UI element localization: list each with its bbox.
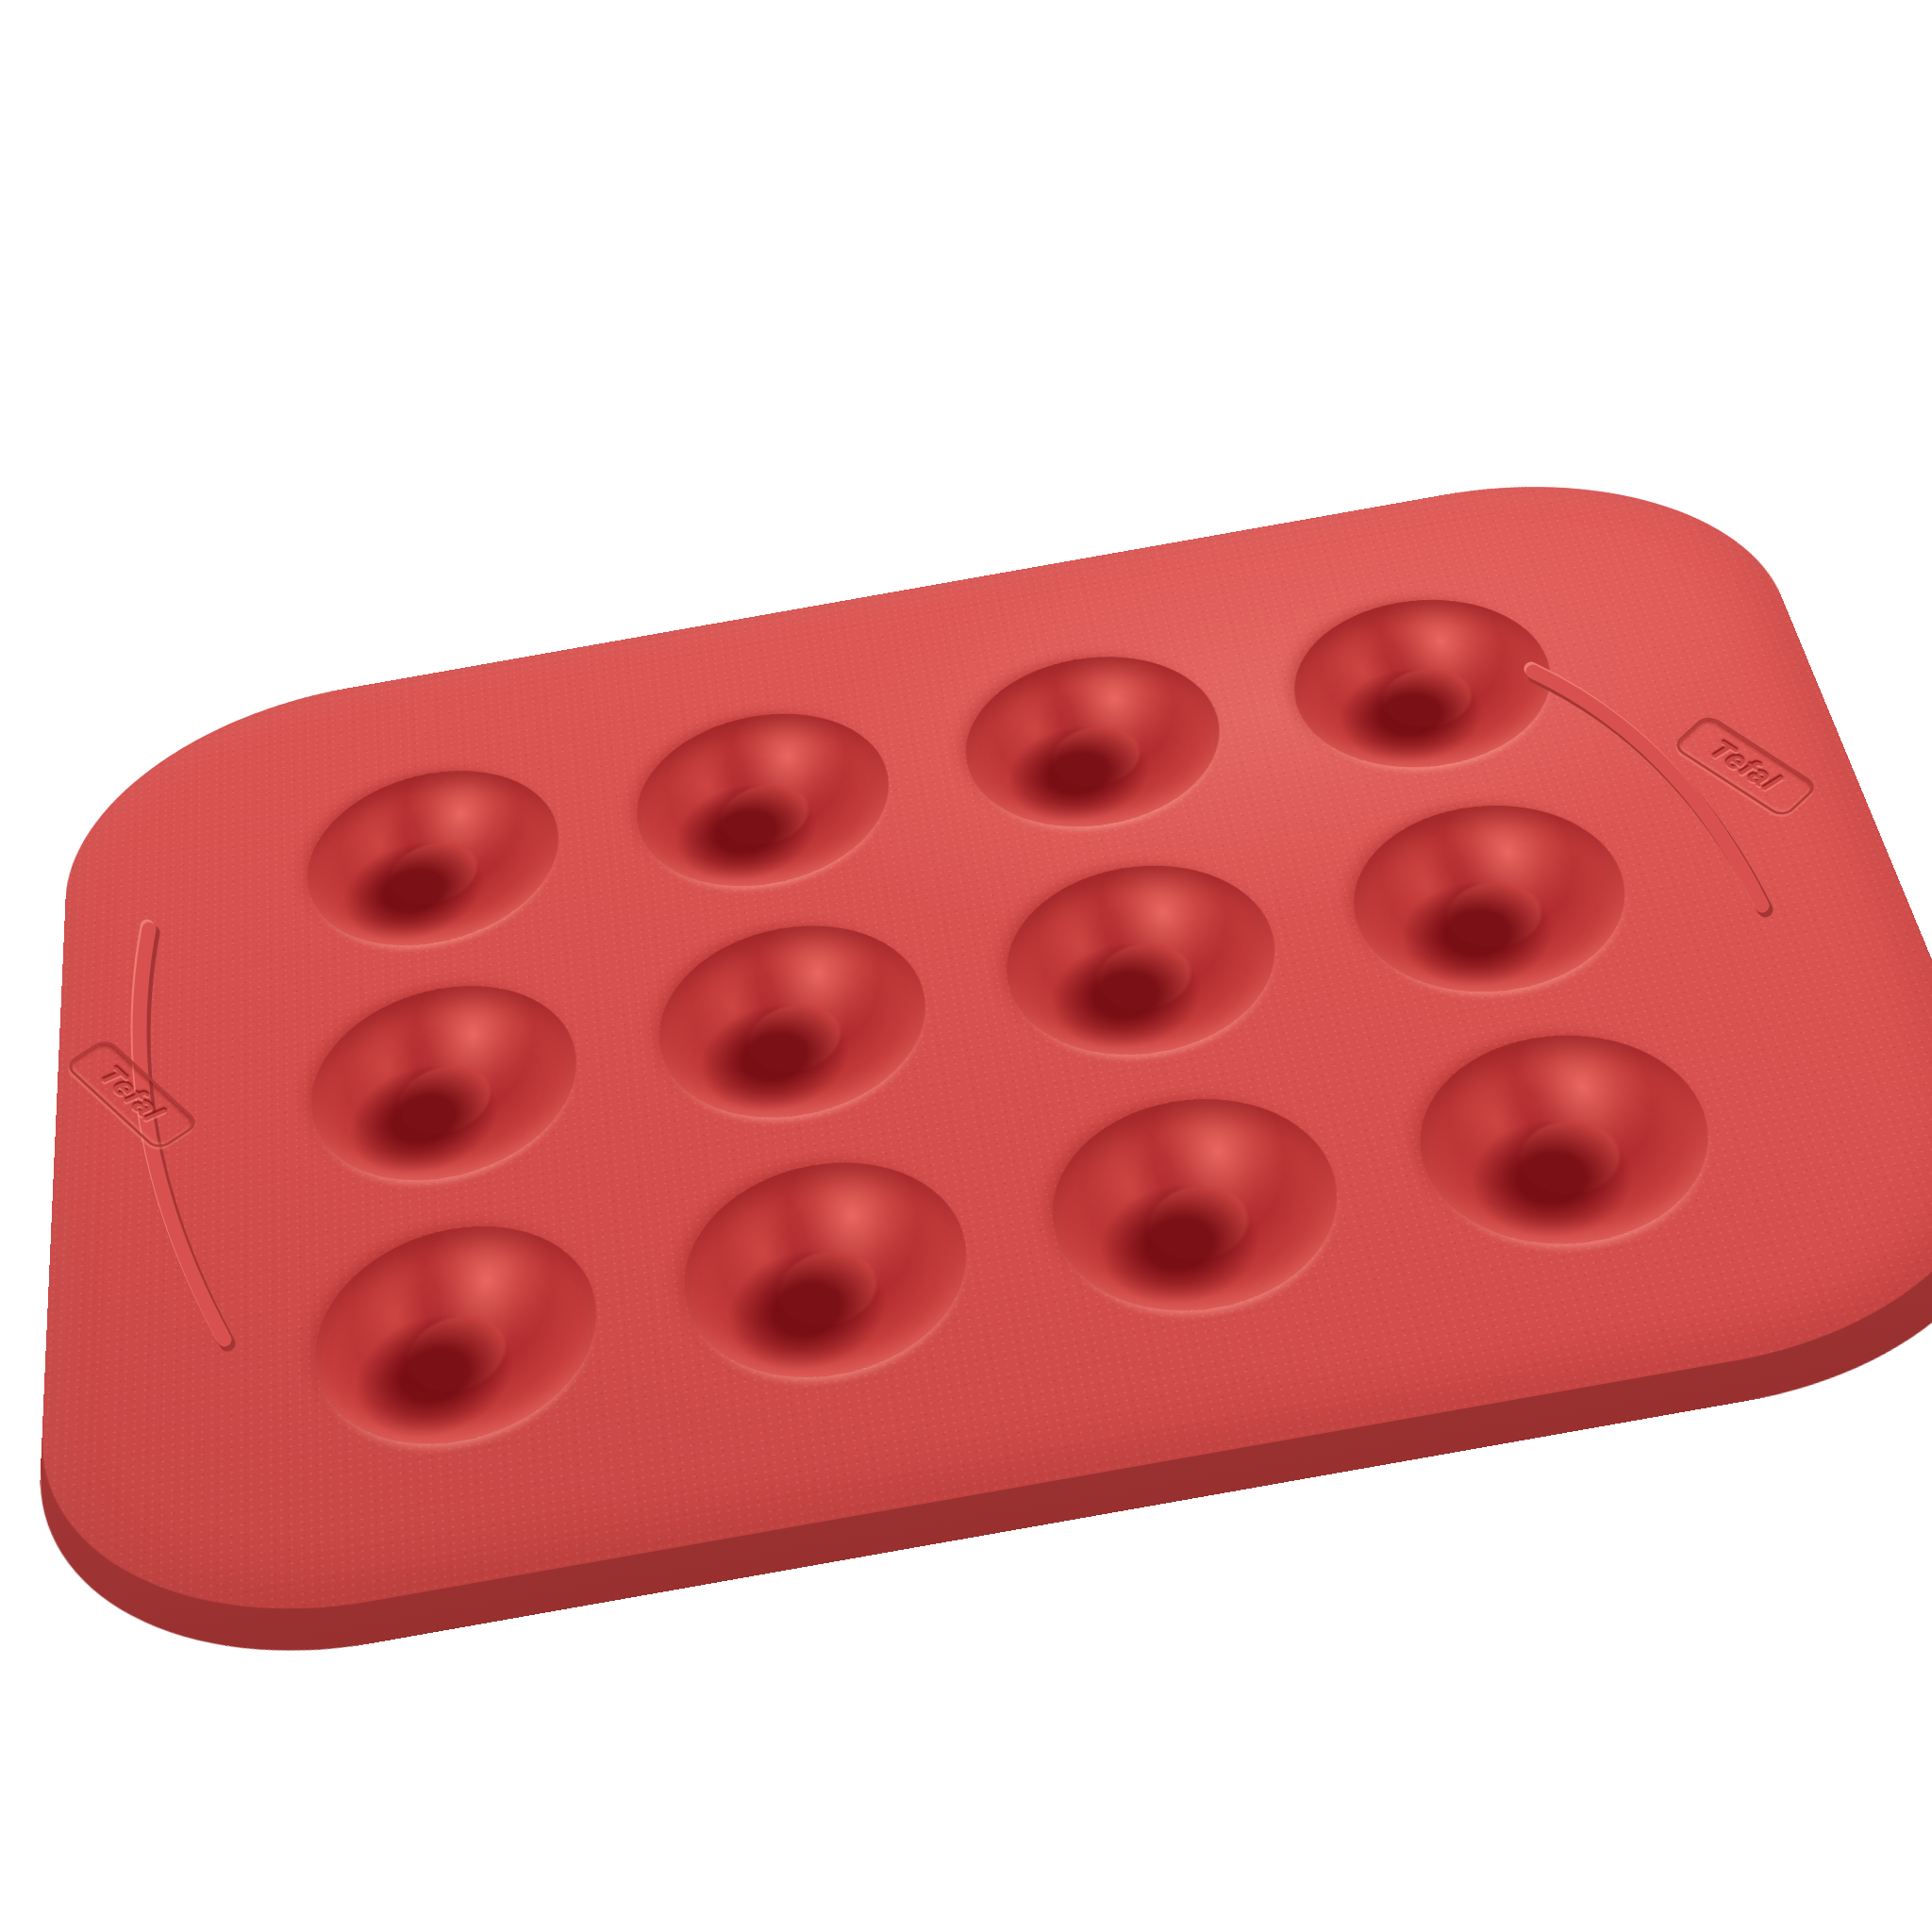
handle-ridge-right: [1531, 669, 1765, 909]
handle-grooves: [0, 0, 1932, 1932]
product-photo: Tefal Tefal: [0, 0, 1932, 1932]
